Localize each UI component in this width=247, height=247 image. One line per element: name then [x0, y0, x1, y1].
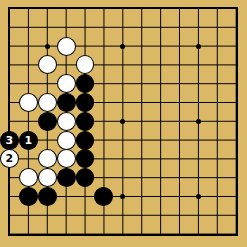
intersection: [76, 112, 95, 131]
white-stone: [38, 168, 57, 187]
intersection: [57, 112, 76, 131]
white-stone: [57, 112, 76, 131]
intersection: [38, 187, 57, 206]
star-point: [45, 44, 50, 49]
intersection: [76, 74, 95, 93]
intersection: [57, 168, 76, 187]
white-stone: [38, 93, 57, 112]
intersection: [38, 93, 57, 112]
black-stone: [76, 131, 95, 150]
black-stone: 1: [19, 131, 38, 150]
intersection: [19, 93, 38, 112]
move-number-label: 2: [6, 153, 14, 164]
intersection: [57, 131, 76, 150]
star-point: [196, 44, 201, 49]
intersection: 3: [0, 131, 19, 150]
intersection: [38, 56, 57, 75]
white-stone: [57, 74, 76, 93]
star-point: [120, 119, 125, 124]
stones-layer: 312: [0, 0, 246, 243]
intersection: [57, 74, 76, 93]
go-board[interactable]: 312: [0, 0, 247, 247]
star-point: [196, 119, 201, 124]
black-stone: [57, 168, 76, 187]
white-stone: 2: [0, 149, 19, 168]
star-point: [120, 44, 125, 49]
intersection: 1: [19, 131, 38, 150]
black-stone: [76, 168, 95, 187]
move-number-label: 3: [6, 135, 14, 146]
intersection: [76, 93, 95, 112]
move-number-label: 1: [25, 135, 33, 146]
intersection: [57, 93, 76, 112]
black-stone: 3: [0, 131, 19, 150]
black-stone: [76, 74, 95, 93]
star-point: [196, 194, 201, 199]
white-stone: [19, 93, 38, 112]
intersection: [19, 168, 38, 187]
intersection: [76, 149, 95, 168]
white-stone: [19, 168, 38, 187]
star-point: [120, 194, 125, 199]
intersection: [76, 131, 95, 150]
white-stone: [57, 149, 76, 168]
intersection: [57, 37, 76, 56]
black-stone: [76, 93, 95, 112]
black-stone: [19, 187, 38, 206]
black-stone: [76, 149, 95, 168]
intersection: [76, 168, 95, 187]
intersection: [38, 112, 57, 131]
white-stone: [76, 55, 95, 74]
screenshot-root: 312: [0, 0, 247, 247]
white-stone: [57, 131, 76, 150]
black-stone: [38, 187, 57, 206]
white-stone: [57, 37, 76, 56]
intersection: [57, 149, 76, 168]
intersection: [38, 168, 57, 187]
black-stone: [76, 112, 95, 131]
black-stone: [57, 93, 76, 112]
intersection: [94, 187, 113, 206]
intersection: [19, 187, 38, 206]
intersection: 2: [0, 149, 19, 168]
white-stone: [38, 149, 57, 168]
white-stone: [38, 55, 57, 74]
intersection: [76, 56, 95, 75]
black-stone: [38, 112, 57, 131]
intersection: [38, 149, 57, 168]
black-stone: [94, 187, 113, 206]
